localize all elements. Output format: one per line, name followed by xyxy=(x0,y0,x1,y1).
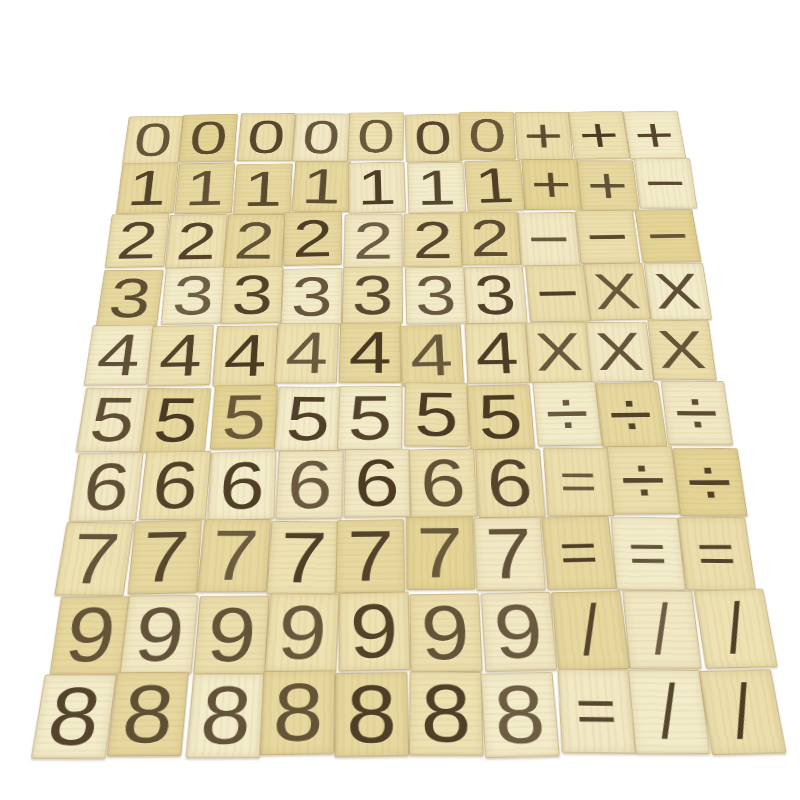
tile-glyph: X xyxy=(533,325,584,379)
tile-r3c2: 2 xyxy=(164,214,227,269)
tile-glyph: − xyxy=(643,210,694,263)
tile-glyph: = xyxy=(626,526,670,582)
tile-glyph: 1 xyxy=(416,163,457,213)
tile-glyph: 4 xyxy=(409,325,454,385)
tile-r6c6: 5 xyxy=(404,382,469,446)
tile-r9c1: 9 xyxy=(50,596,131,675)
tile-r10c2: 8 xyxy=(107,672,189,757)
tile-glyph: 1 xyxy=(183,163,226,213)
tile-r4c7: 3 xyxy=(463,266,527,324)
tile-glyph: 6 xyxy=(286,451,334,518)
tile-r1c7: 0 xyxy=(459,112,516,160)
tile-glyph: 2 xyxy=(353,215,394,268)
tile-glyph: 8 xyxy=(346,673,397,756)
tile-glyph: 7 xyxy=(138,521,191,593)
tile-r10c6: 8 xyxy=(409,671,483,756)
tile-r3c8: − xyxy=(517,212,580,266)
tile-glyph: + xyxy=(529,160,574,210)
tile-r9c4: 9 xyxy=(265,593,340,672)
tile-glyph: X xyxy=(652,266,704,317)
tile-r4c6: 3 xyxy=(405,267,467,325)
tile-r9c9: / xyxy=(623,591,702,669)
math-tiles-board: 0000000+++1111111++−2222222−−−3333333−XX… xyxy=(41,111,778,706)
tile-r6c2: 5 xyxy=(140,388,211,452)
tile-r8c4: 7 xyxy=(267,521,339,595)
tile-r5c8: X xyxy=(525,322,592,383)
tile-r1c9: + xyxy=(569,111,631,160)
tile-glyph: 8 xyxy=(421,672,472,755)
tile-glyph: = xyxy=(694,526,740,582)
tile-r4c8: − xyxy=(525,265,591,323)
tile-r7c10: ÷ xyxy=(672,448,747,517)
tile-glyph: 3 xyxy=(291,269,334,325)
tile-glyph: 5 xyxy=(150,389,201,452)
tile-glyph: 4 xyxy=(157,326,204,386)
tile-r5c2: 4 xyxy=(147,325,214,387)
tile-glyph: 9 xyxy=(491,593,545,671)
tile-glyph: 1 xyxy=(125,163,170,213)
tile-r1c4: 0 xyxy=(292,113,350,161)
tile-r10c3: 8 xyxy=(185,673,265,757)
tile-glyph: ÷ xyxy=(671,382,723,445)
tile-r3c1: 2 xyxy=(105,213,170,267)
product-photo-background: 0000000+++1111111++−2222222−−−3333333−XX… xyxy=(0,0,800,800)
tile-r4c4: 3 xyxy=(281,268,342,326)
tile-glyph: 0 xyxy=(245,114,287,161)
tile-r10c7: 8 xyxy=(480,672,559,758)
tile-glyph: 4 xyxy=(94,326,145,385)
tile-glyph: 0 xyxy=(413,114,453,161)
tile-r7c2: 6 xyxy=(138,451,211,520)
tile-glyph: 3 xyxy=(352,267,394,323)
tile-r3c3: 2 xyxy=(222,214,285,267)
tile-glyph: 3 xyxy=(414,267,458,323)
tile-r5c6: 4 xyxy=(399,324,464,386)
tile-r10c1: 8 xyxy=(31,674,117,759)
tile-glyph: 0 xyxy=(301,114,342,161)
tile-r4c9: X xyxy=(583,263,651,321)
tile-glyph: 3 xyxy=(230,267,274,323)
tile-glyph: 7 xyxy=(208,520,261,591)
tile-r4c3: 3 xyxy=(220,266,283,324)
tile-glyph: 1 xyxy=(357,162,397,212)
tile-glyph: 5 xyxy=(284,387,332,450)
tile-r7c6: 6 xyxy=(409,448,478,518)
tile-glyph: 9 xyxy=(204,597,258,674)
tile-glyph: ÷ xyxy=(683,449,737,516)
tile-r9c8: / xyxy=(550,591,629,671)
tile-glyph: − xyxy=(525,213,571,266)
tile-r2c1: 1 xyxy=(116,162,179,213)
tile-glyph: / xyxy=(720,593,751,665)
tile-r5c1: 4 xyxy=(84,325,154,386)
tile-r1c6: 0 xyxy=(405,114,462,163)
tile-r1c10: + xyxy=(623,111,686,160)
tile-glyph: 7 xyxy=(346,520,394,592)
tile-r5c7: 4 xyxy=(464,323,530,384)
tile-glyph: 3 xyxy=(105,270,154,326)
tile-glyph: 3 xyxy=(170,268,216,324)
tile-glyph: 5 xyxy=(347,387,392,450)
tile-glyph: − xyxy=(533,265,582,321)
tile-glyph: 9 xyxy=(131,596,188,673)
tile-glyph: + xyxy=(522,112,565,159)
tile-glyph: 0 xyxy=(356,113,395,160)
tile-r1c2: 0 xyxy=(178,114,237,163)
tile-glyph: 9 xyxy=(420,594,471,671)
tile-glyph: 6 xyxy=(149,452,201,519)
tile-glyph: 2 xyxy=(114,214,160,267)
tile-glyph: = xyxy=(573,679,618,743)
tile-glyph: 7 xyxy=(416,517,464,589)
tile-r8c9: = xyxy=(611,517,686,591)
tile-glyph: 9 xyxy=(276,594,329,671)
tile-glyph: 3 xyxy=(472,267,517,323)
tile-r2c8: + xyxy=(521,159,582,210)
tile-glyph: X xyxy=(655,323,708,377)
tile-r9c3: 9 xyxy=(193,596,269,675)
tile-r2c4: 1 xyxy=(292,161,352,212)
tile-r4c5: 3 xyxy=(342,267,403,324)
tile-r10c10: / xyxy=(699,669,786,755)
tile-r7c1: 6 xyxy=(69,452,144,521)
tile-r8c8: = xyxy=(541,516,617,590)
tile-glyph: 8 xyxy=(491,673,547,757)
tile-r7c9: ÷ xyxy=(607,446,681,515)
tile-r5c5: 4 xyxy=(339,323,402,383)
tile-glyph: 8 xyxy=(197,674,254,756)
tile-glyph: / xyxy=(649,594,675,665)
tile-glyph: 6 xyxy=(217,452,266,520)
tile-r2c9: + xyxy=(577,160,639,211)
tile-r9c5: 9 xyxy=(339,592,411,672)
tile-r7c5: 6 xyxy=(344,449,411,518)
tile-r3c9: − xyxy=(575,210,640,264)
tile-r6c1: 5 xyxy=(76,388,149,452)
tile-r9c7: 9 xyxy=(480,592,557,672)
tile-glyph: 9 xyxy=(350,593,399,671)
tile-glyph: 4 xyxy=(348,323,391,382)
tile-glyph: − xyxy=(642,159,690,208)
tile-r7c8: = xyxy=(543,448,614,516)
tile-glyph: 0 xyxy=(131,116,175,163)
tile-r5c10: X xyxy=(647,320,716,380)
tile-r8c10: = xyxy=(678,517,756,590)
tile-r4c1: 3 xyxy=(96,270,164,327)
tile-glyph: − xyxy=(583,210,632,263)
tile-glyph: 4 xyxy=(284,324,330,383)
tile-r5c9: X xyxy=(586,322,655,383)
tile-r8c1: 7 xyxy=(54,522,134,596)
tile-r9c10: / xyxy=(694,589,778,669)
tile-glyph: 1 xyxy=(301,162,343,212)
tile-glyph: 7 xyxy=(484,518,535,590)
tile-r8c3: 7 xyxy=(197,519,271,592)
tile-glyph: = xyxy=(558,456,599,508)
tile-r2c7: 1 xyxy=(464,160,525,212)
tile-r3c5: 2 xyxy=(344,214,403,268)
tile-r8c5: 7 xyxy=(336,519,405,593)
tile-glyph: 5 xyxy=(220,386,268,449)
tile-r6c10: ÷ xyxy=(661,381,733,445)
tile-glyph: 8 xyxy=(272,671,325,754)
tile-r8c2: 7 xyxy=(127,520,202,595)
tile-r1c3: 0 xyxy=(236,113,295,161)
tile-glyph: ÷ xyxy=(542,382,592,445)
tile-r9c6: 9 xyxy=(409,593,482,673)
board-tilt-wrapper: 0000000+++1111111++−2222222−−−3333333−XX… xyxy=(0,0,800,800)
tile-r7c3: 6 xyxy=(207,451,276,521)
tile-glyph: 5 xyxy=(86,388,139,451)
tile-r5c3: 4 xyxy=(212,325,278,386)
tile-glyph: ÷ xyxy=(606,383,657,446)
tile-r10c9: / xyxy=(628,670,710,754)
tile-r8c7: 7 xyxy=(473,517,545,591)
tile-glyph: 8 xyxy=(43,675,106,758)
tile-r2c5: 1 xyxy=(348,162,406,214)
tile-glyph: 0 xyxy=(187,114,229,161)
tile-r4c10: X xyxy=(644,263,712,320)
tile-r7c4: 6 xyxy=(275,450,343,519)
tile-glyph: 6 xyxy=(485,449,535,517)
tile-glyph: / xyxy=(576,594,602,666)
tile-r6c4: 5 xyxy=(274,387,342,451)
tile-glyph: 5 xyxy=(414,383,459,446)
tile-glyph: ÷ xyxy=(617,447,670,514)
tile-r2c2: 1 xyxy=(174,163,235,215)
tile-glyph: 8 xyxy=(118,673,177,756)
tile-glyph: 2 xyxy=(292,212,333,265)
tile-r3c7: 2 xyxy=(460,212,521,266)
tile-r6c7: 5 xyxy=(466,384,534,449)
tile-r10c8: = xyxy=(557,669,636,754)
tile-r6c3: 5 xyxy=(209,385,277,450)
tile-glyph: 2 xyxy=(469,212,511,264)
tile-r8c6: 7 xyxy=(406,516,476,589)
tile-glyph: 4 xyxy=(222,326,268,386)
tile-glyph: 5 xyxy=(476,385,524,449)
tile-glyph: = xyxy=(556,524,600,580)
tile-r1c5: 0 xyxy=(348,112,404,160)
tile-r9c2: 9 xyxy=(119,595,198,674)
tile-r10c4: 8 xyxy=(260,670,336,755)
tile-r6c8: ÷ xyxy=(532,381,602,446)
tile-glyph: 6 xyxy=(79,453,133,521)
tile-r3c4: 2 xyxy=(283,211,342,266)
tile-glyph: 6 xyxy=(419,449,467,517)
tile-glyph: 1 xyxy=(242,164,284,214)
tile-glyph: / xyxy=(726,673,758,750)
tile-glyph: 0 xyxy=(468,112,507,159)
tile-glyph: / xyxy=(655,673,683,750)
tile-glyph: 2 xyxy=(413,214,454,266)
tile-glyph: 4 xyxy=(474,324,520,383)
tile-r3c10: − xyxy=(635,209,702,263)
tile-glyph: 7 xyxy=(65,523,123,595)
tile-r6c5: 5 xyxy=(337,386,402,450)
tile-r10c5: 8 xyxy=(335,672,409,758)
tile-glyph: X xyxy=(591,266,643,317)
tile-glyph: 6 xyxy=(354,449,400,516)
tile-r1c1: 0 xyxy=(122,116,183,164)
tile-r4c2: 3 xyxy=(161,267,225,325)
tile-glyph: + xyxy=(585,161,632,211)
tile-r3c6: 2 xyxy=(403,213,462,267)
tile-glyph: 2 xyxy=(174,215,219,268)
tile-glyph: 7 xyxy=(278,522,329,594)
tile-glyph: 9 xyxy=(61,597,120,674)
tile-glyph: + xyxy=(631,111,679,158)
tile-r1c8: + xyxy=(514,112,573,160)
tile-r2c10: − xyxy=(634,158,698,208)
tile-r5c4: 4 xyxy=(274,323,339,383)
tile-r2c6: 1 xyxy=(407,162,466,213)
tile-r6c9: ÷ xyxy=(595,382,667,447)
tile-r2c3: 1 xyxy=(233,163,293,214)
tile-glyph: + xyxy=(576,111,623,158)
tile-glyph: X xyxy=(593,325,646,379)
tile-glyph: 2 xyxy=(232,215,277,267)
tile-r7c7: 6 xyxy=(475,449,546,518)
tile-glyph: 1 xyxy=(473,161,516,211)
